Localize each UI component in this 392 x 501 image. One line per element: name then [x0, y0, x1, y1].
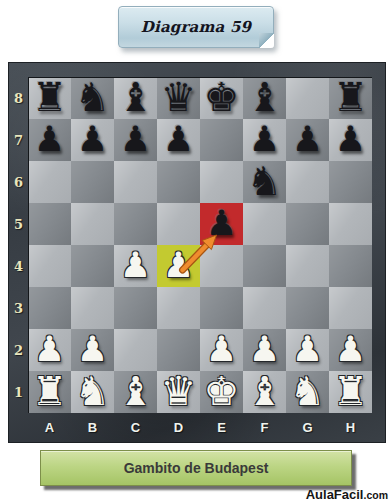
diagram-title-ribbon: Diagrama 59	[118, 6, 274, 48]
piece-white-pawn: ♟	[206, 332, 237, 367]
rank-label-6: 6	[9, 161, 28, 203]
diagram-title: Diagrama 59	[141, 18, 251, 36]
piece-black-queen: ♛	[161, 77, 197, 117]
square-b8[interactable]: ♞	[71, 77, 114, 119]
rank-label-4: 4	[9, 245, 28, 287]
piece-white-pawn: ♟	[77, 332, 108, 367]
square-g1[interactable]: ♞	[286, 371, 329, 413]
file-label-b: B	[71, 413, 114, 441]
file-label-c: C	[114, 413, 157, 441]
square-h3[interactable]	[329, 287, 372, 329]
square-f6[interactable]: ♞	[243, 161, 286, 203]
square-f7[interactable]: ♟	[243, 119, 286, 161]
piece-black-knight: ♞	[75, 77, 111, 117]
square-c8[interactable]: ♝	[114, 77, 157, 119]
piece-black-pawn: ♟	[335, 122, 366, 157]
rank-label-7: 7	[9, 119, 28, 161]
piece-white-queen: ♛	[161, 371, 197, 411]
square-g3[interactable]	[286, 287, 329, 329]
square-c2[interactable]	[114, 329, 157, 371]
square-e3[interactable]	[200, 287, 243, 329]
opening-caption-banner: Gambito de Budapest	[40, 450, 352, 486]
board-corner	[9, 413, 28, 441]
square-g4[interactable]	[286, 245, 329, 287]
rank-label-5: 5	[9, 203, 28, 245]
square-h1[interactable]: ♜	[329, 371, 372, 413]
piece-white-bishop: ♝	[247, 371, 283, 411]
file-label-a: A	[28, 413, 71, 441]
piece-black-bishop: ♝	[118, 77, 154, 117]
square-b6[interactable]	[71, 161, 114, 203]
square-d6[interactable]	[157, 161, 200, 203]
square-e7[interactable]	[200, 119, 243, 161]
piece-black-pawn: ♟	[120, 122, 151, 157]
piece-white-pawn: ♟	[335, 332, 366, 367]
square-b2[interactable]: ♟	[71, 329, 114, 371]
piece-white-rook: ♜	[32, 371, 68, 411]
square-d7[interactable]: ♟	[157, 119, 200, 161]
square-a3[interactable]	[28, 287, 71, 329]
piece-black-pawn: ♟	[163, 122, 194, 157]
page: Diagrama 59 8♜♞♝♛♚♝♜7♟♟♟♟♟♟♟6♞5♟4♟♟32♟♟♟…	[0, 0, 392, 501]
square-a5[interactable]	[28, 203, 71, 245]
square-a2[interactable]: ♟	[28, 329, 71, 371]
square-f8[interactable]: ♝	[243, 77, 286, 119]
piece-black-rook: ♜	[333, 77, 369, 117]
piece-white-pawn: ♟	[120, 248, 151, 283]
piece-white-bishop: ♝	[118, 371, 154, 411]
square-b4[interactable]	[71, 245, 114, 287]
square-a7[interactable]: ♟	[28, 119, 71, 161]
piece-black-king: ♚	[204, 77, 240, 117]
piece-black-knight: ♞	[247, 161, 283, 201]
file-label-f: F	[243, 413, 286, 441]
square-c3[interactable]	[114, 287, 157, 329]
watermark: AulaFacil.com	[306, 485, 388, 501]
square-c1[interactable]: ♝	[114, 371, 157, 413]
piece-black-pawn: ♟	[34, 122, 65, 157]
square-f1[interactable]: ♝	[243, 371, 286, 413]
square-h6[interactable]	[329, 161, 372, 203]
file-label-h: H	[329, 413, 372, 441]
square-h5[interactable]	[329, 203, 372, 245]
piece-white-pawn: ♟	[163, 248, 194, 283]
piece-white-knight: ♞	[290, 371, 326, 411]
square-c5[interactable]	[114, 203, 157, 245]
square-h8[interactable]: ♜	[329, 77, 372, 119]
rank-label-1: 1	[9, 371, 28, 413]
square-e8[interactable]: ♚	[200, 77, 243, 119]
square-c4[interactable]: ♟	[114, 245, 157, 287]
piece-white-pawn: ♟	[292, 332, 323, 367]
piece-black-pawn: ♟	[206, 206, 237, 241]
square-g7[interactable]: ♟	[286, 119, 329, 161]
square-a1[interactable]: ♜	[28, 371, 71, 413]
rank-label-2: 2	[9, 329, 28, 371]
square-e5[interactable]: ♟	[200, 203, 243, 245]
file-label-d: D	[157, 413, 200, 441]
piece-black-pawn: ♟	[292, 122, 323, 157]
square-g2[interactable]: ♟	[286, 329, 329, 371]
square-d8[interactable]: ♛	[157, 77, 200, 119]
square-f2[interactable]: ♟	[243, 329, 286, 371]
piece-white-rook: ♜	[333, 371, 369, 411]
square-a4[interactable]	[28, 245, 71, 287]
square-e4[interactable]	[200, 245, 243, 287]
file-label-g: G	[286, 413, 329, 441]
square-h2[interactable]: ♟	[329, 329, 372, 371]
square-b5[interactable]	[71, 203, 114, 245]
square-d1[interactable]: ♛	[157, 371, 200, 413]
square-g6[interactable]	[286, 161, 329, 203]
watermark-brand: AulaFacil	[306, 487, 364, 501]
watermark-suffix: .com	[363, 489, 388, 501]
piece-white-knight: ♞	[75, 371, 111, 411]
square-c6[interactable]	[114, 161, 157, 203]
square-g8[interactable]	[286, 77, 329, 119]
square-f3[interactable]	[243, 287, 286, 329]
piece-white-king: ♚	[204, 371, 240, 411]
chess-board: 8♜♞♝♛♚♝♜7♟♟♟♟♟♟♟6♞5♟4♟♟32♟♟♟♟♟♟1♜♞♝♛♚♝♞♜…	[8, 62, 386, 443]
square-b7[interactable]: ♟	[71, 119, 114, 161]
square-b1[interactable]: ♞	[71, 371, 114, 413]
square-d2[interactable]	[157, 329, 200, 371]
board-grid: 8♜♞♝♛♚♝♜7♟♟♟♟♟♟♟6♞5♟4♟♟32♟♟♟♟♟♟1♜♞♝♛♚♝♞♜…	[9, 77, 372, 441]
file-label-e: E	[200, 413, 243, 441]
rank-label-8: 8	[9, 77, 28, 119]
square-c7[interactable]: ♟	[114, 119, 157, 161]
square-d4[interactable]: ♟	[157, 245, 200, 287]
square-e1[interactable]: ♚	[200, 371, 243, 413]
piece-black-bishop: ♝	[247, 77, 283, 117]
square-g5[interactable]	[286, 203, 329, 245]
square-b3[interactable]	[71, 287, 114, 329]
square-f5[interactable]	[243, 203, 286, 245]
piece-white-pawn: ♟	[34, 332, 65, 367]
square-e6[interactable]	[200, 161, 243, 203]
square-d5[interactable]	[157, 203, 200, 245]
square-h4[interactable]	[329, 245, 372, 287]
square-a8[interactable]: ♜	[28, 77, 71, 119]
piece-black-pawn: ♟	[77, 122, 108, 157]
square-e2[interactable]: ♟	[200, 329, 243, 371]
piece-black-rook: ♜	[32, 77, 68, 117]
piece-black-pawn: ♟	[249, 122, 280, 157]
square-f4[interactable]	[243, 245, 286, 287]
rank-label-3: 3	[9, 287, 28, 329]
square-d3[interactable]	[157, 287, 200, 329]
square-h7[interactable]: ♟	[329, 119, 372, 161]
piece-white-pawn: ♟	[249, 332, 280, 367]
square-a6[interactable]	[28, 161, 71, 203]
opening-caption: Gambito de Budapest	[124, 460, 269, 476]
